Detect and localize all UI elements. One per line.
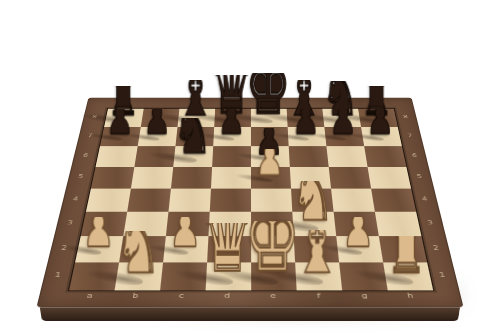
file-label-h: h xyxy=(407,292,414,298)
rank-label-right-7: 7 xyxy=(407,134,413,138)
board-front-edge xyxy=(40,307,460,320)
chessboard: abcdefgh8877665544332211 ♜♝♛♚♝♞♜♟♟♟♟♟♟♞♟… xyxy=(36,98,463,308)
file-label-d: d xyxy=(224,292,230,298)
black-knight-glyph: ♞ xyxy=(154,95,231,163)
piece-white-rook-h1: ♜ xyxy=(362,237,451,276)
piece-white-knight-b1: ♞ xyxy=(93,231,182,276)
white-rook-glyph: ♜ xyxy=(362,214,451,283)
rank-label-right-4: 4 xyxy=(422,197,428,202)
piece-black-knight-c6: ♞ xyxy=(154,118,231,156)
rank-label-left-7: 7 xyxy=(87,134,93,138)
file-label-g: g xyxy=(361,292,368,298)
piece-white-queen-d1: ♛ xyxy=(183,223,272,276)
rank-label-left-6: 6 xyxy=(83,154,89,158)
file-label-c: c xyxy=(178,292,184,298)
product-photo-scene: abcdefgh8877665544332211 ♜♝♛♚♝♞♜♟♟♟♟♟♟♞♟… xyxy=(0,0,500,333)
file-label-f: f xyxy=(317,292,321,298)
file-label-a: a xyxy=(86,292,93,298)
rank-label-right-6: 6 xyxy=(412,154,418,158)
rank-label-right-8: 8 xyxy=(403,115,408,119)
file-label-e: e xyxy=(270,292,276,298)
rank-label-left-1: 1 xyxy=(54,273,61,279)
rank-label-left-5: 5 xyxy=(78,175,84,179)
piece-black-pawn-h7: ♟ xyxy=(343,109,417,136)
piece-white-bishop-f1: ♝ xyxy=(272,230,361,276)
white-knight-glyph: ♞ xyxy=(93,205,182,285)
white-bishop-glyph: ♝ xyxy=(272,203,361,284)
rank-label-left-8: 8 xyxy=(92,115,97,119)
pieces-layer: ♜♝♛♚♝♞♜♟♟♟♟♟♟♞♟♟♞♟♟♟♞♛♚♝♜ xyxy=(68,108,432,290)
rank-label-right-5: 5 xyxy=(416,175,422,179)
file-label-b: b xyxy=(132,292,139,298)
white-queen-glyph: ♛ xyxy=(183,192,272,286)
